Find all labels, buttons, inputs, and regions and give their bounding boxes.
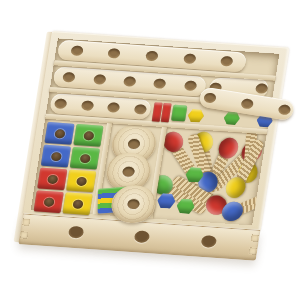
block-cube-red <box>37 168 67 191</box>
plate-red <box>161 103 172 122</box>
plank-hole <box>240 98 254 110</box>
finger-joint <box>251 234 259 241</box>
block-cube-red <box>34 190 64 213</box>
plank-hole <box>184 80 198 91</box>
finger-joint <box>22 218 30 225</box>
block-cube-blue <box>44 122 74 145</box>
front-wall-hole <box>67 226 84 239</box>
plank-hole <box>145 51 159 62</box>
block-cube-green <box>70 147 100 170</box>
wooden-storage-box <box>18 31 289 260</box>
front-wall-hole <box>134 230 151 243</box>
plank-hole <box>93 74 107 85</box>
cube-hole <box>72 199 83 209</box>
product-photo <box>0 0 300 300</box>
cube-hole <box>43 197 54 207</box>
plank-hole <box>220 56 234 67</box>
block-cube-blue <box>41 145 71 168</box>
cube-hole <box>50 151 61 161</box>
bolts-compartment <box>152 127 266 225</box>
finger-joint <box>249 247 257 254</box>
box-tray-interior <box>31 38 280 225</box>
plank-hole <box>62 72 76 83</box>
plank-hole <box>123 76 137 87</box>
plank-hole <box>108 48 122 59</box>
block-cube-yellow <box>66 170 96 193</box>
cube-hole <box>47 174 58 184</box>
plank-hole <box>277 104 291 116</box>
block-cube-green <box>73 124 103 147</box>
cube-hole <box>83 130 94 140</box>
plank-hole <box>183 53 197 64</box>
plank-hole <box>202 92 216 104</box>
plank-hole <box>70 45 84 56</box>
nut-yellow <box>187 109 205 123</box>
cube-hole <box>79 153 90 163</box>
cube-green <box>171 105 187 122</box>
plank-hole <box>153 78 167 89</box>
compartment-row <box>31 119 267 226</box>
box-rim <box>23 31 289 230</box>
cube-hole <box>76 176 87 186</box>
nut-green <box>223 111 241 125</box>
cube-hole <box>54 128 65 138</box>
plank-hole <box>255 83 268 93</box>
finger-joint <box>20 231 28 238</box>
front-wall-hole <box>200 235 217 248</box>
block-cube-yellow <box>62 192 92 215</box>
